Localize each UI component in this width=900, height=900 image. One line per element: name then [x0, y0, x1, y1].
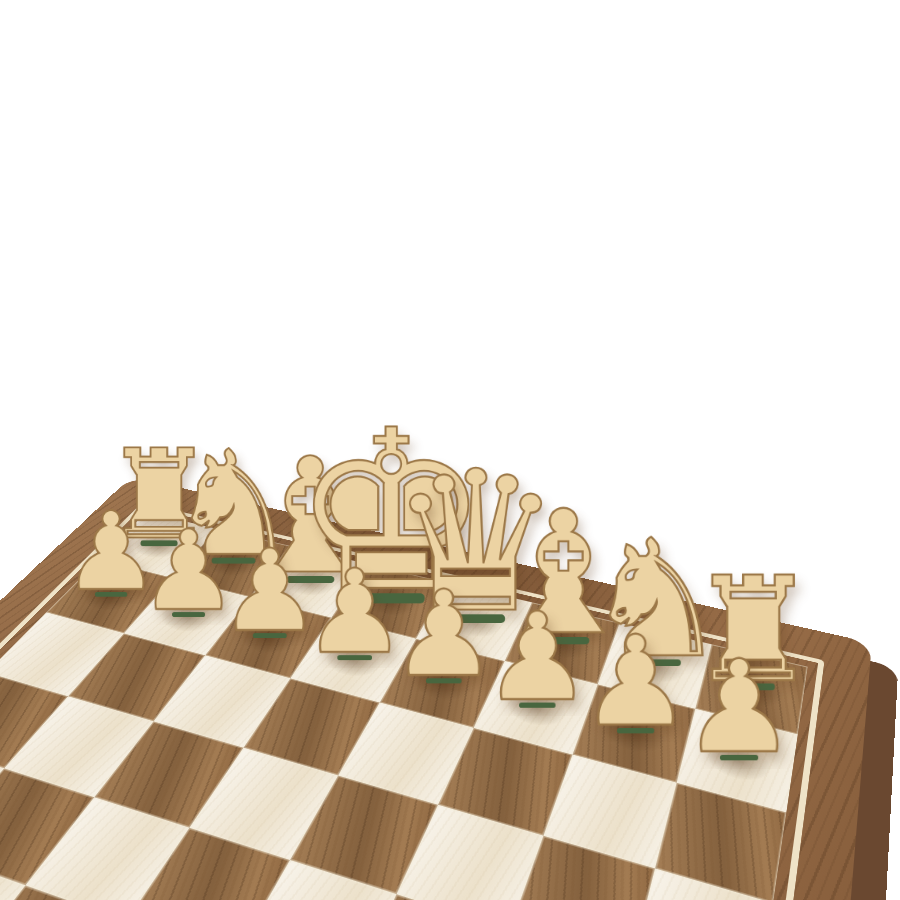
felt-base	[519, 702, 555, 707]
square-g3	[68, 633, 205, 721]
square-g4	[4, 696, 153, 797]
felt-base	[286, 576, 334, 583]
piece-shadow	[517, 615, 608, 672]
pawn-glyph: ♟	[231, 554, 479, 670]
square-h1	[99, 512, 217, 578]
chessboard: ♜♞♝♚♛♝♞♜♟♟♟♟♟♟♟♟	[0, 477, 872, 900]
piece-shadow	[393, 653, 491, 715]
square-b1	[598, 623, 712, 709]
pawn-glyph: ♟	[602, 643, 876, 771]
felt-base	[731, 683, 774, 690]
felt-base	[172, 612, 205, 617]
piece-shadow	[609, 637, 701, 697]
photo-scene: ♜♞♝♚♛♝♞♜♟♟♟♟♟♟♟♟	[0, 0, 900, 900]
felt-base	[617, 727, 654, 733]
bishop-glyph: ♝	[442, 488, 685, 658]
felt-base	[253, 633, 287, 638]
piece-shadow	[344, 576, 435, 628]
square-h3	[0, 612, 124, 696]
square-f1	[250, 546, 367, 618]
square-h2	[46, 559, 173, 633]
piece-shadow	[688, 725, 787, 797]
square-c3	[438, 728, 573, 836]
felt-base	[426, 678, 462, 683]
piece-shadow	[585, 700, 683, 769]
square-h5	[0, 741, 4, 852]
piece-shadow	[263, 557, 354, 607]
felt-base	[140, 540, 177, 546]
square-g1	[173, 529, 290, 598]
pawn-glyph: ♟	[70, 516, 306, 626]
knight-glyph: ♞	[122, 431, 345, 576]
square-g2	[124, 578, 251, 655]
square-e3	[243, 678, 379, 775]
piece-shadow	[487, 676, 585, 741]
rook-glyph: ♜	[50, 433, 268, 557]
board-inlay-line	[0, 503, 825, 900]
square-e1	[331, 564, 448, 639]
square-e4	[189, 748, 338, 860]
square-b3	[543, 755, 676, 869]
felt-base	[720, 754, 758, 760]
pieces-layer: ♜♞♝♚♛♝♞♜♟♟♟♟♟♟♟♟	[0, 512, 808, 900]
queen-glyph: ♛	[356, 445, 594, 639]
square-e2	[290, 618, 416, 703]
square-d2	[380, 639, 505, 728]
pawn-glyph: ♟	[317, 575, 571, 693]
square-h4	[0, 672, 68, 768]
bishop-glyph: ♝	[196, 437, 423, 596]
piece-shadow	[186, 540, 276, 588]
square-c1	[505, 602, 620, 684]
square-f4	[94, 721, 243, 827]
piece-shadow	[706, 659, 798, 722]
piece-shadow	[428, 595, 519, 649]
felt-base	[337, 655, 372, 660]
felt-base	[446, 614, 504, 623]
pawn-glyph: ♟	[149, 534, 391, 647]
piece-shadow	[61, 571, 157, 623]
square-d3	[338, 702, 474, 804]
pawn-glyph: ♟	[407, 596, 667, 717]
felt-base	[211, 557, 254, 564]
piece-shadow	[112, 523, 202, 569]
rook-glyph: ♜	[625, 557, 880, 702]
square-f3	[154, 655, 291, 747]
piece-shadow	[138, 590, 235, 644]
pawn-glyph: ♟	[502, 619, 769, 743]
square-c2	[474, 661, 598, 755]
felt-base	[538, 636, 589, 644]
square-f2	[205, 597, 331, 678]
felt-base	[358, 593, 424, 603]
square-d1	[416, 583, 532, 661]
king-glyph: ♚	[275, 401, 508, 622]
chessboard-grid	[0, 512, 808, 900]
square-a2	[677, 709, 798, 813]
pawn-glyph: ♟	[0, 498, 227, 606]
knight-glyph: ♞	[531, 518, 780, 680]
square-a1	[695, 644, 808, 734]
perspective-wrapper: ♜♞♝♚♛♝♞♜♟♟♟♟♟♟♟♟	[0, 0, 900, 900]
piece-shadow	[219, 610, 316, 666]
felt-base	[632, 659, 681, 666]
felt-base	[95, 592, 127, 597]
square-b2	[573, 684, 696, 782]
piece-shadow	[304, 631, 402, 690]
